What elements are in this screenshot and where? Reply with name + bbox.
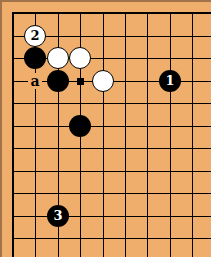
grid-line-horizontal [12, 148, 211, 149]
grid-line-vertical [192, 12, 193, 257]
grid-line-horizontal [12, 238, 211, 239]
board-frame-left-edge [0, 0, 2, 257]
grid-line-horizontal [12, 171, 211, 172]
white-stone [92, 70, 114, 92]
grid-line-vertical [170, 12, 171, 257]
black-stone [47, 70, 69, 92]
grid-line-vertical [147, 12, 148, 257]
grid-line-horizontal [12, 126, 211, 127]
stone-move-number: 2 [30, 28, 39, 43]
stone-move-number: 3 [53, 208, 62, 223]
hoshi-square-marker [77, 78, 84, 85]
black-stone [69, 115, 91, 137]
grid-line-vertical [12, 12, 14, 257]
grid-line-vertical [125, 12, 126, 257]
black-stone-move-3: 3 [47, 205, 69, 227]
go-board: a213 [0, 0, 211, 257]
grid-line-vertical [103, 12, 104, 257]
board-frame-top-edge [0, 0, 211, 2]
grid-line-horizontal [12, 193, 211, 194]
white-stone [69, 47, 91, 69]
grid-line-horizontal [12, 216, 211, 217]
white-stone [47, 47, 69, 69]
stone-move-number: 1 [165, 73, 174, 88]
grid-line-horizontal [12, 103, 211, 104]
white-stone-move-2: 2 [24, 25, 46, 47]
point-label-a: a [28, 73, 42, 89]
black-stone [24, 47, 46, 69]
black-stone-move-1: 1 [159, 70, 181, 92]
grid-line-horizontal [12, 12, 211, 14]
go-board-diagram: a213 [0, 0, 211, 257]
